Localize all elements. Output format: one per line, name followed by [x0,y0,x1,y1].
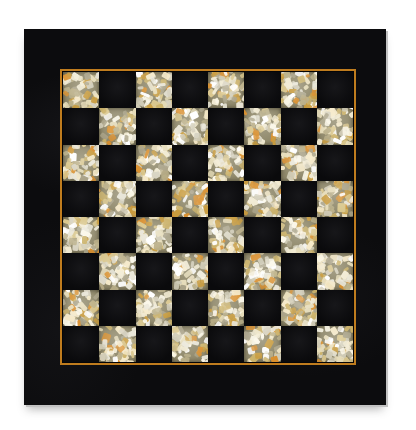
pearl-chip [294,155,302,162]
square-h8 [317,72,353,108]
pearl-chip [253,130,259,139]
pearl-chip [75,290,79,295]
square-e2 [208,290,244,326]
pearl-chip [324,210,333,215]
pearl-chip [324,326,330,332]
product-photo [0,0,416,430]
square-a5 [63,181,99,217]
pearl-chip [281,223,285,232]
pearl-chip [222,219,231,223]
square-e4 [208,217,244,253]
square-c7 [136,108,172,144]
pearl-chip [136,79,143,86]
square-a2 [63,290,99,326]
pearl-chip [270,271,277,278]
pearl-chip [236,227,244,236]
square-c5 [136,181,172,217]
square-d7 [172,108,208,144]
pearl-chip [151,171,160,178]
pearl-chip [270,356,279,362]
pearl-chip [173,256,179,261]
square-c1 [136,326,172,362]
pearl-chip [208,312,213,316]
square-g7 [281,108,317,144]
square-e8 [208,72,244,108]
square-g6 [281,145,317,181]
square-d3 [172,253,208,289]
pearl-chip [287,240,292,247]
pearl-chip [86,295,91,300]
pearl-chip [333,267,339,274]
square-f7 [244,108,280,144]
square-h6 [317,145,353,181]
square-b6 [99,145,135,181]
square-f8 [244,72,280,108]
pearl-chip [215,98,219,104]
pearl-chip [212,240,218,245]
square-d6 [172,145,208,181]
square-f1 [244,326,280,362]
square-d2 [172,290,208,326]
square-g8 [281,72,317,108]
pearl-chip [83,72,91,80]
pearl-chip [251,345,258,351]
square-b8 [99,72,135,108]
pearl-chip [82,145,87,148]
pearl-chip [325,181,329,183]
pearl-chip [63,299,66,306]
pearl-chip [194,195,202,205]
square-a4 [63,217,99,253]
pearl-chip [230,237,236,242]
pearl-chip [99,328,103,333]
gold-inlay-border [60,69,356,365]
pearl-chip [317,327,324,332]
square-h3 [317,253,353,289]
pearl-chip [247,138,252,145]
pearl-chip [311,297,315,303]
square-e6 [208,145,244,181]
pearl-chip [244,259,250,268]
square-b4 [99,217,135,253]
pearl-chip [324,118,330,126]
pearl-chip [152,86,157,94]
pearl-chip [163,312,172,319]
square-b7 [99,108,135,144]
pearl-chip [317,206,325,212]
square-b5 [99,181,135,217]
square-h4 [317,217,353,253]
pearl-chip [310,166,315,172]
square-g2 [281,290,317,326]
pearl-chip [324,280,335,289]
square-b2 [99,290,135,326]
pearl-chip [198,108,204,112]
pearl-chip [69,101,74,107]
pearl-chip [311,152,316,157]
pearl-chip [68,238,77,246]
pearl-chip [82,236,87,243]
square-g3 [281,253,317,289]
square-d8 [172,72,208,108]
square-d4 [172,217,208,253]
square-h2 [317,290,353,326]
pearl-chip [229,229,234,233]
pearl-chip [103,326,113,331]
pearl-chip [70,147,74,153]
pearl-chip [130,257,133,263]
square-b1 [99,326,135,362]
pearl-chip [303,84,310,91]
pearl-chip [222,84,230,91]
square-g4 [281,217,317,253]
square-a1 [63,326,99,362]
square-f2 [244,290,280,326]
pearl-chip [99,343,105,349]
pearl-chip [107,192,113,199]
pearl-chip [191,341,198,347]
pearl-chip [137,86,143,89]
pearl-chip [197,279,205,287]
pearl-chip [259,181,264,185]
square-c2 [136,290,172,326]
pearl-chip [306,217,311,221]
pearl-chip [216,246,221,253]
pearl-chip [349,212,353,217]
pearl-chip [184,109,188,114]
square-e5 [208,181,244,217]
pearl-chip [338,203,346,213]
square-f6 [244,145,280,181]
pearl-chip [244,109,248,116]
chessboard-grid [63,72,353,362]
square-h1 [317,326,353,362]
square-g1 [281,326,317,362]
pearl-chip [75,233,78,237]
square-a8 [63,72,99,108]
pearl-chip [342,183,350,190]
square-c6 [136,145,172,181]
pearl-chip [281,166,286,170]
square-f4 [244,217,280,253]
square-e1 [208,326,244,362]
pearl-chip [291,81,298,85]
square-e3 [208,253,244,289]
pearl-chip [140,169,145,175]
pearl-chip [244,190,249,194]
square-a7 [63,108,99,144]
square-b3 [99,253,135,289]
square-c4 [136,217,172,253]
square-f3 [244,253,280,289]
pearl-chip [343,331,351,338]
pearl-chip [350,125,353,132]
square-a6 [63,145,99,181]
square-h5 [317,181,353,217]
pearl-chip [90,96,98,104]
pearl-chip [136,312,142,317]
pearl-chip [126,360,134,362]
square-d1 [172,326,208,362]
pearl-chip [214,219,221,228]
pearl-chip [226,150,232,155]
square-c8 [136,72,172,108]
square-e7 [208,108,244,144]
square-a3 [63,253,99,289]
chessboard-frame [24,29,386,405]
square-h7 [317,108,353,144]
pearl-chip [281,73,285,79]
pearl-chip [254,353,261,359]
square-d5 [172,181,208,217]
pearl-chip [208,164,212,169]
square-f5 [244,181,280,217]
square-c3 [136,253,172,289]
square-g5 [281,181,317,217]
pearl-chip [261,282,265,286]
pearl-chip [153,241,161,250]
pearl-chip [327,264,334,272]
